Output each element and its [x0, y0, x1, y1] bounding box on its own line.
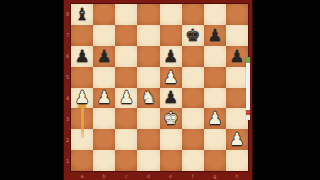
chess-board-frame: 87654321 abcdefgh ♝♚♟♟♟♟♟♟♟♟♟♞♟♚♟♟	[63, 0, 253, 180]
square-c1[interactable]	[115, 150, 137, 171]
rank-label-7: 7	[64, 25, 71, 46]
square-g6[interactable]	[204, 46, 226, 67]
square-c7[interactable]	[115, 25, 137, 46]
square-g3[interactable]: ♟	[204, 108, 226, 129]
square-f6[interactable]	[182, 46, 204, 67]
file-label-g: g	[204, 171, 226, 180]
piece-white-pawn[interactable]: ♟	[74, 89, 89, 106]
piece-white-knight[interactable]: ♞	[141, 89, 156, 106]
file-label-f: f	[182, 171, 204, 180]
square-g8[interactable]	[204, 4, 226, 25]
rank-label-6: 6	[64, 46, 71, 67]
square-b4[interactable]: ♟	[93, 88, 115, 109]
eval-bar-segment-3	[246, 115, 250, 120]
rank-label-5: 5	[64, 67, 71, 88]
square-b8[interactable]	[93, 4, 115, 25]
file-label-a: a	[71, 171, 93, 180]
square-e7[interactable]	[160, 25, 182, 46]
square-d7[interactable]	[137, 25, 159, 46]
square-h3[interactable]	[226, 108, 248, 129]
square-b5[interactable]	[93, 67, 115, 88]
square-h8[interactable]	[226, 4, 248, 25]
square-h7[interactable]	[226, 25, 248, 46]
piece-black-bishop[interactable]: ♝	[74, 6, 89, 23]
square-c2[interactable]	[115, 129, 137, 150]
square-d3[interactable]	[137, 108, 159, 129]
square-a8[interactable]: ♝	[71, 4, 93, 25]
letterbox-left	[0, 0, 63, 180]
piece-black-pawn[interactable]: ♟	[74, 48, 89, 65]
square-a7[interactable]	[71, 25, 93, 46]
square-h2[interactable]: ♟	[226, 129, 248, 150]
piece-black-king[interactable]: ♚	[185, 27, 200, 44]
file-label-e: e	[160, 171, 182, 180]
square-c5[interactable]	[115, 67, 137, 88]
file-labels: abcdefgh	[71, 171, 248, 180]
square-e6[interactable]: ♟	[160, 46, 182, 67]
square-c3[interactable]	[115, 108, 137, 129]
square-f4[interactable]	[182, 88, 204, 109]
square-c6[interactable]	[115, 46, 137, 67]
square-b7[interactable]	[93, 25, 115, 46]
file-label-h: h	[226, 171, 248, 180]
letterbox-right	[253, 0, 320, 180]
piece-white-pawn[interactable]: ♟	[119, 89, 134, 106]
rank-label-2: 2	[64, 129, 71, 150]
square-f7[interactable]: ♚	[182, 25, 204, 46]
piece-white-pawn[interactable]: ♟	[163, 69, 178, 86]
square-b3[interactable]	[93, 108, 115, 129]
square-d2[interactable]	[137, 129, 159, 150]
rank-label-4: 4	[64, 88, 71, 109]
square-a6[interactable]: ♟	[71, 46, 93, 67]
square-f5[interactable]	[182, 67, 204, 88]
file-label-d: d	[137, 171, 159, 180]
piece-black-pawn[interactable]: ♟	[163, 48, 178, 65]
square-c4[interactable]: ♟	[115, 88, 137, 109]
square-e3[interactable]: ♚	[160, 108, 182, 129]
piece-black-pawn[interactable]: ♟	[207, 27, 222, 44]
piece-black-pawn[interactable]: ♟	[163, 89, 178, 106]
file-label-c: c	[115, 171, 137, 180]
rank-labels: 87654321	[64, 4, 71, 171]
file-label-b: b	[93, 171, 115, 180]
move-arrow	[81, 107, 84, 138]
piece-white-king[interactable]: ♚	[163, 110, 178, 127]
piece-white-pawn[interactable]: ♟	[229, 131, 244, 148]
square-h6[interactable]: ♟	[226, 46, 248, 67]
square-g2[interactable]	[204, 129, 226, 150]
square-h4[interactable]	[226, 88, 248, 109]
eval-bar	[246, 57, 250, 120]
square-g5[interactable]	[204, 67, 226, 88]
square-b1[interactable]	[93, 150, 115, 171]
rank-label-8: 8	[64, 4, 71, 25]
square-d8[interactable]	[137, 4, 159, 25]
square-a4[interactable]: ♟	[71, 88, 93, 109]
square-a5[interactable]	[71, 67, 93, 88]
square-a1[interactable]	[71, 150, 93, 171]
rank-label-1: 1	[64, 150, 71, 171]
square-d4[interactable]: ♞	[137, 88, 159, 109]
square-e2[interactable]	[160, 129, 182, 150]
chess-board: ♝♚♟♟♟♟♟♟♟♟♟♞♟♚♟♟	[71, 4, 248, 171]
rank-label-3: 3	[64, 108, 71, 129]
square-f8[interactable]	[182, 4, 204, 25]
square-h1[interactable]	[226, 150, 248, 171]
piece-white-pawn[interactable]: ♟	[207, 110, 222, 127]
square-d5[interactable]	[137, 67, 159, 88]
square-d1[interactable]	[137, 150, 159, 171]
square-g4[interactable]	[204, 88, 226, 109]
square-h5[interactable]	[226, 67, 248, 88]
piece-black-pawn[interactable]: ♟	[97, 48, 112, 65]
square-g1[interactable]	[204, 150, 226, 171]
square-f3[interactable]	[182, 108, 204, 129]
square-d6[interactable]	[137, 46, 159, 67]
square-b6[interactable]: ♟	[93, 46, 115, 67]
square-c8[interactable]	[115, 4, 137, 25]
square-f1[interactable]	[182, 150, 204, 171]
square-g7[interactable]: ♟	[204, 25, 226, 46]
square-e5[interactable]: ♟	[160, 67, 182, 88]
square-e1[interactable]	[160, 150, 182, 171]
square-e8[interactable]	[160, 4, 182, 25]
square-f2[interactable]	[182, 129, 204, 150]
square-e4[interactable]: ♟	[160, 88, 182, 109]
piece-white-pawn[interactable]: ♟	[97, 89, 112, 106]
square-b2[interactable]	[93, 129, 115, 150]
piece-black-pawn[interactable]: ♟	[229, 48, 244, 65]
eval-bar-segment-1	[246, 63, 250, 110]
